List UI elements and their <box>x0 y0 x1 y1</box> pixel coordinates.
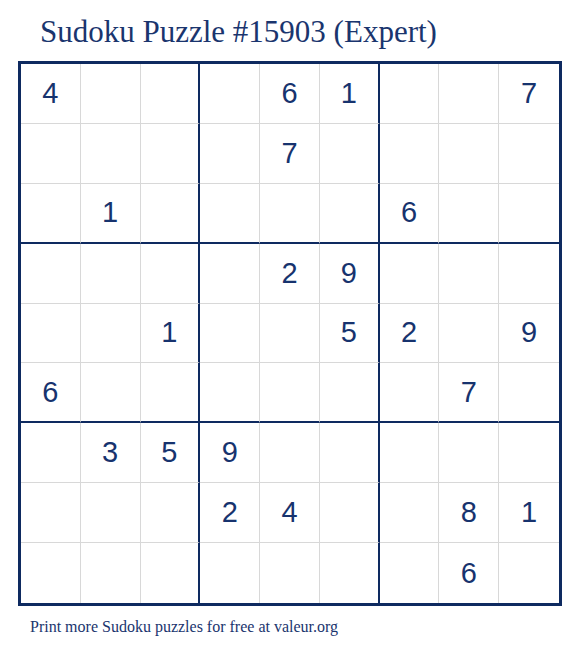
cell-r4c8 <box>439 244 499 304</box>
cell-r2c9 <box>499 124 559 184</box>
cell-r8c1 <box>21 483 81 543</box>
cell-r6c7 <box>380 363 440 423</box>
cell-r9c7 <box>380 543 440 603</box>
cell-r7c5 <box>260 423 320 483</box>
cell-r1c2 <box>81 64 141 124</box>
cell-r1c7 <box>380 64 440 124</box>
cell-r7c8 <box>439 423 499 483</box>
cell-r5c6: 5 <box>320 304 380 364</box>
cell-r3c7: 6 <box>380 184 440 244</box>
cell-r8c3 <box>141 483 201 543</box>
cell-r4c9 <box>499 244 559 304</box>
cell-r4c4 <box>200 244 260 304</box>
cell-r6c6 <box>320 363 380 423</box>
cell-r6c5 <box>260 363 320 423</box>
cell-r4c1 <box>21 244 81 304</box>
cell-r2c2 <box>81 124 141 184</box>
cell-r4c6: 9 <box>320 244 380 304</box>
cell-r3c2: 1 <box>81 184 141 244</box>
cell-r1c4 <box>200 64 260 124</box>
cell-r9c9 <box>499 543 559 603</box>
cell-r9c5 <box>260 543 320 603</box>
cell-r6c3 <box>141 363 201 423</box>
cell-r9c8: 6 <box>439 543 499 603</box>
cell-r8c6 <box>320 483 380 543</box>
cell-r2c5: 7 <box>260 124 320 184</box>
cell-r1c5: 6 <box>260 64 320 124</box>
cell-r1c3 <box>141 64 201 124</box>
cell-r4c5: 2 <box>260 244 320 304</box>
cell-r1c9: 7 <box>499 64 559 124</box>
page-title: Sudoku Puzzle #15903 (Expert) <box>40 14 437 50</box>
cell-r2c3 <box>141 124 201 184</box>
cell-r1c1: 4 <box>21 64 81 124</box>
cell-r3c4 <box>200 184 260 244</box>
cell-r6c2 <box>81 363 141 423</box>
cell-r2c8 <box>439 124 499 184</box>
cell-r5c4 <box>200 304 260 364</box>
cell-r8c4: 2 <box>200 483 260 543</box>
cell-r2c1 <box>21 124 81 184</box>
cell-r3c1 <box>21 184 81 244</box>
cell-r5c2 <box>81 304 141 364</box>
cell-r5c8 <box>439 304 499 364</box>
cell-r9c4 <box>200 543 260 603</box>
cell-r3c9 <box>499 184 559 244</box>
cell-r3c5 <box>260 184 320 244</box>
cell-r3c8 <box>439 184 499 244</box>
cell-r7c7 <box>380 423 440 483</box>
sudoku-grid: 46177162915296735924816 <box>18 61 562 606</box>
cell-r2c6 <box>320 124 380 184</box>
cell-r2c4 <box>200 124 260 184</box>
cell-r9c2 <box>81 543 141 603</box>
cell-r7c1 <box>21 423 81 483</box>
cell-r5c7: 2 <box>380 304 440 364</box>
cell-r8c5: 4 <box>260 483 320 543</box>
cell-r6c8: 7 <box>439 363 499 423</box>
cell-r4c7 <box>380 244 440 304</box>
cell-r2c7 <box>380 124 440 184</box>
cell-r8c2 <box>81 483 141 543</box>
cell-r7c3: 5 <box>141 423 201 483</box>
cell-r4c3 <box>141 244 201 304</box>
cell-r6c1: 6 <box>21 363 81 423</box>
cell-r5c1 <box>21 304 81 364</box>
cell-r5c5 <box>260 304 320 364</box>
cell-r6c4 <box>200 363 260 423</box>
cell-r9c6 <box>320 543 380 603</box>
cell-r7c2: 3 <box>81 423 141 483</box>
footer-text: Print more Sudoku puzzles for free at va… <box>30 618 338 636</box>
cell-r7c4: 9 <box>200 423 260 483</box>
cell-r7c9 <box>499 423 559 483</box>
cell-r8c9: 1 <box>499 483 559 543</box>
cell-r3c3 <box>141 184 201 244</box>
cell-r8c7 <box>380 483 440 543</box>
cell-r7c6 <box>320 423 380 483</box>
cell-r9c3 <box>141 543 201 603</box>
cell-r1c8 <box>439 64 499 124</box>
cell-r1c6: 1 <box>320 64 380 124</box>
cell-r4c2 <box>81 244 141 304</box>
cell-r5c9: 9 <box>499 304 559 364</box>
cell-r5c3: 1 <box>141 304 201 364</box>
cell-r9c1 <box>21 543 81 603</box>
cell-r3c6 <box>320 184 380 244</box>
cell-r8c8: 8 <box>439 483 499 543</box>
cell-r6c9 <box>499 363 559 423</box>
